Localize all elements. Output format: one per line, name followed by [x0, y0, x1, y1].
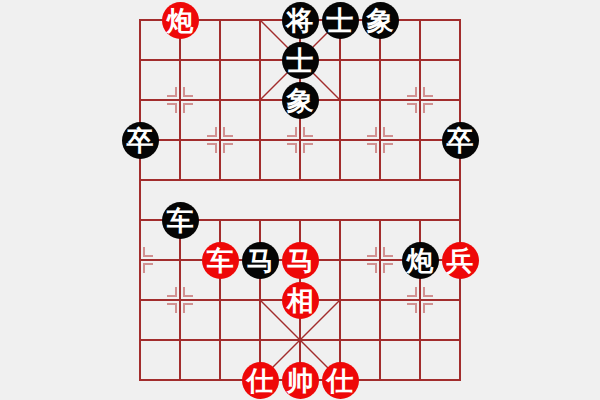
piece-red-general[interactable]: 帅 — [282, 362, 319, 399]
piece-red-advisor[interactable]: 仕 — [322, 362, 359, 399]
piece-black-advisor[interactable]: 士 — [322, 2, 359, 39]
piece-red-advisor[interactable]: 仕 — [242, 362, 279, 399]
piece-black-elephant[interactable]: 象 — [282, 82, 319, 119]
piece-black-chariot[interactable]: 车 — [162, 202, 199, 239]
piece-red-elephant[interactable]: 相 — [282, 282, 319, 319]
piece-layer[interactable]: 炮将士象士象卒卒车车马马炮兵相仕帅仕 — [120, 0, 480, 400]
xiangqi-board: 炮将士象士象卒卒车车马马炮兵相仕帅仕 — [0, 0, 600, 400]
piece-red-soldier[interactable]: 兵 — [442, 242, 479, 279]
piece-red-chariot[interactable]: 车 — [202, 242, 239, 279]
piece-black-general[interactable]: 将 — [282, 2, 319, 39]
piece-black-soldier[interactable]: 卒 — [122, 122, 159, 159]
piece-black-horse[interactable]: 马 — [242, 242, 279, 279]
piece-red-cannon[interactable]: 炮 — [162, 2, 199, 39]
piece-black-advisor[interactable]: 士 — [282, 42, 319, 79]
piece-black-soldier[interactable]: 卒 — [442, 122, 479, 159]
piece-red-horse[interactable]: 马 — [282, 242, 319, 279]
piece-black-elephant[interactable]: 象 — [362, 2, 399, 39]
piece-black-cannon[interactable]: 炮 — [402, 242, 439, 279]
